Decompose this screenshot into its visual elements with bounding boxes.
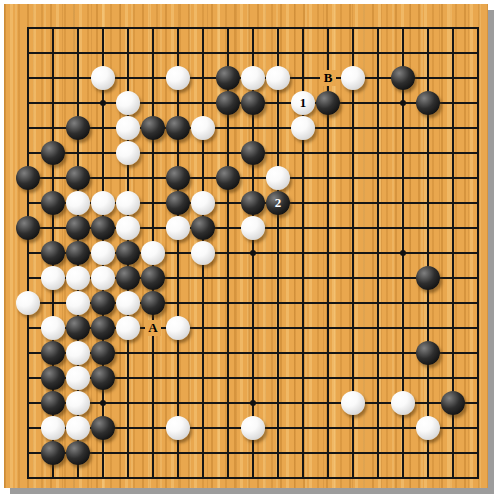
grid-line-horizontal: [27, 477, 479, 479]
white-stone: [391, 391, 415, 415]
black-stone: [91, 216, 115, 240]
black-stone: [216, 91, 240, 115]
black-stone: [41, 341, 65, 365]
black-stone: [41, 366, 65, 390]
white-stone: [266, 66, 290, 90]
white-stone: [191, 116, 215, 140]
white-stone: [166, 316, 190, 340]
star-point: [100, 400, 106, 406]
white-stone: [116, 291, 140, 315]
black-stone: [66, 441, 90, 465]
white-stone: [66, 416, 90, 440]
black-stone: [441, 391, 465, 415]
white-stone: [141, 241, 165, 265]
label-1: 1: [295, 95, 311, 111]
white-stone: [166, 416, 190, 440]
black-stone: [216, 166, 240, 190]
white-stone: [241, 416, 265, 440]
star-point: [100, 100, 106, 106]
black-stone: [141, 266, 165, 290]
black-stone: [241, 91, 265, 115]
black-stone: [66, 166, 90, 190]
black-stone: [66, 216, 90, 240]
white-stone: [66, 391, 90, 415]
label-A: A: [145, 320, 161, 336]
black-stone: [91, 291, 115, 315]
black-stone: [166, 191, 190, 215]
white-stone: [16, 291, 40, 315]
label-2: 2: [270, 195, 286, 211]
white-stone: [416, 416, 440, 440]
white-stone: [191, 191, 215, 215]
black-stone: [91, 366, 115, 390]
black-stone: [116, 241, 140, 265]
white-stone: [66, 341, 90, 365]
white-stone: [66, 291, 90, 315]
white-stone: [91, 66, 115, 90]
black-stone: [16, 216, 40, 240]
black-stone: [216, 66, 240, 90]
black-stone: [416, 91, 440, 115]
star-point: [400, 100, 406, 106]
white-stone: [241, 66, 265, 90]
black-stone: [166, 166, 190, 190]
white-stone: [191, 241, 215, 265]
white-stone: [66, 266, 90, 290]
black-stone: [91, 316, 115, 340]
white-stone: [91, 241, 115, 265]
white-stone: [116, 141, 140, 165]
white-stone: [291, 116, 315, 140]
white-stone: [116, 216, 140, 240]
black-stone: [416, 266, 440, 290]
white-stone: [341, 66, 365, 90]
black-stone: [41, 441, 65, 465]
grid-line-vertical: [377, 27, 379, 479]
white-stone: [91, 191, 115, 215]
label-B: B: [320, 70, 336, 86]
white-stone: [116, 116, 140, 140]
black-stone: [316, 91, 340, 115]
star-point: [400, 250, 406, 256]
white-stone: [41, 416, 65, 440]
black-stone: [91, 416, 115, 440]
white-stone: [116, 191, 140, 215]
star-point: [250, 400, 256, 406]
black-stone: [66, 241, 90, 265]
black-stone: [41, 391, 65, 415]
grid-line-horizontal: [27, 452, 479, 454]
star-point: [250, 250, 256, 256]
white-stone: [41, 266, 65, 290]
go-board[interactable]: AB12: [4, 4, 488, 488]
white-stone: [166, 66, 190, 90]
black-stone: [116, 266, 140, 290]
white-stone: [241, 216, 265, 240]
black-stone: [41, 191, 65, 215]
white-stone: [116, 316, 140, 340]
grid-line-vertical: [477, 27, 479, 479]
black-stone: [141, 291, 165, 315]
black-stone: [191, 216, 215, 240]
white-stone: [66, 191, 90, 215]
black-stone: [66, 116, 90, 140]
black-stone: [241, 141, 265, 165]
black-stone: [66, 316, 90, 340]
white-stone: [166, 216, 190, 240]
white-stone: [41, 316, 65, 340]
black-stone: [166, 116, 190, 140]
black-stone: [141, 116, 165, 140]
white-stone: [91, 266, 115, 290]
white-stone: [341, 391, 365, 415]
black-stone: [241, 191, 265, 215]
white-stone: [266, 166, 290, 190]
white-stone: [66, 366, 90, 390]
black-stone: [16, 166, 40, 190]
white-stone: [116, 91, 140, 115]
black-stone: [91, 341, 115, 365]
black-stone: [41, 241, 65, 265]
black-stone: [391, 66, 415, 90]
grid-line-vertical: [277, 27, 279, 479]
black-stone: [41, 141, 65, 165]
black-stone: [416, 341, 440, 365]
